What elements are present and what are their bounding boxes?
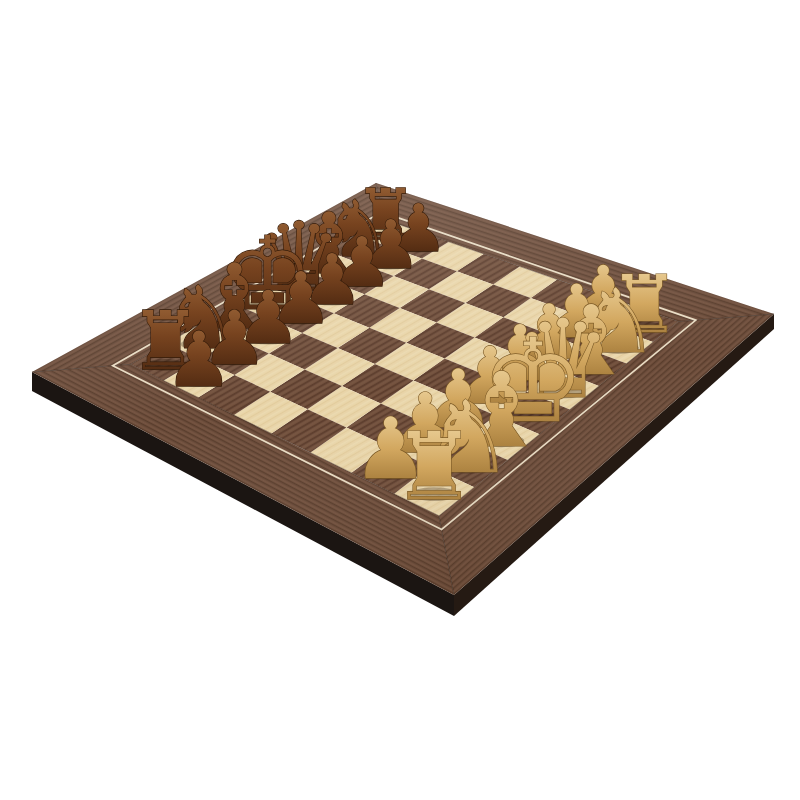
piece-black-pawn-h7[interactable]: ♟	[165, 315, 233, 404]
piece-white-rook-h1[interactable]: ♜	[392, 412, 476, 521]
chess-set-photo: ♜♟♞♟♝♟♛♟♚♟♟♝♜♟♟♞♞♟♟♜♝♟♟♛♟♚♟♝♟♞♟♜	[0, 0, 800, 800]
chessboard: ♜♟♞♟♝♟♛♟♚♟♟♝♜♟♟♞♞♟♟♜♝♟♟♛♟♚♟♝♟♞♟♜	[0, 0, 800, 800]
